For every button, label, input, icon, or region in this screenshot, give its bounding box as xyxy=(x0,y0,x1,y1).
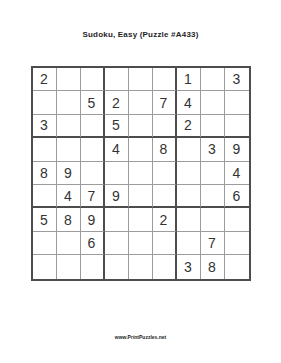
cell-r6c1[interactable] xyxy=(33,185,57,208)
cell-r6c9[interactable]: 6 xyxy=(225,185,249,208)
cell-r5c3[interactable] xyxy=(81,162,105,185)
cell-r1c4[interactable] xyxy=(105,68,129,91)
cell-r8c4[interactable] xyxy=(105,232,129,255)
cell-r2c1[interactable] xyxy=(33,91,57,114)
cell-r2c9[interactable] xyxy=(225,91,249,114)
cell-r8c8[interactable]: 7 xyxy=(201,232,225,255)
cell-r3c9[interactable] xyxy=(225,115,249,138)
cell-r4c8[interactable]: 3 xyxy=(201,138,225,161)
cell-r2c3[interactable]: 5 xyxy=(81,91,105,114)
cell-r4c5[interactable] xyxy=(129,138,153,161)
cell-r4c1[interactable] xyxy=(33,138,57,161)
cell-r1c7[interactable]: 1 xyxy=(177,68,201,91)
cell-r2c5[interactable] xyxy=(129,91,153,114)
cell-r6c7[interactable] xyxy=(177,185,201,208)
cell-r3c5[interactable] xyxy=(129,115,153,138)
cell-r6c5[interactable] xyxy=(129,185,153,208)
cell-r3c7[interactable]: 2 xyxy=(177,115,201,138)
cell-r6c6[interactable] xyxy=(153,185,177,208)
cell-r8c2[interactable] xyxy=(57,232,81,255)
cell-r3c4[interactable]: 5 xyxy=(105,115,129,138)
cell-r9c4[interactable] xyxy=(105,255,129,278)
cell-r4c6[interactable]: 8 xyxy=(153,138,177,161)
credit-url: www.PrintPuzzles.net xyxy=(0,334,281,340)
cell-r5c1[interactable]: 8 xyxy=(33,162,57,185)
cell-r2c7[interactable]: 4 xyxy=(177,91,201,114)
cell-r5c7[interactable] xyxy=(177,162,201,185)
cell-r7c4[interactable] xyxy=(105,208,129,231)
cell-r4c9[interactable]: 9 xyxy=(225,138,249,161)
puzzle-title: Sudoku, Easy (Puzzle #A433) xyxy=(0,30,281,39)
cell-r3c6[interactable] xyxy=(153,115,177,138)
cell-r8c3[interactable]: 6 xyxy=(81,232,105,255)
cell-r5c8[interactable] xyxy=(201,162,225,185)
cell-r7c9[interactable] xyxy=(225,208,249,231)
cell-r8c5[interactable] xyxy=(129,232,153,255)
cell-r1c2[interactable] xyxy=(57,68,81,91)
cell-r6c4[interactable]: 9 xyxy=(105,185,129,208)
cell-r3c2[interactable] xyxy=(57,115,81,138)
sudoku-board: 21352743524839894479658926738 xyxy=(31,66,251,281)
cell-r5c4[interactable] xyxy=(105,162,129,185)
cell-r7c7[interactable] xyxy=(177,208,201,231)
cell-r1c6[interactable] xyxy=(153,68,177,91)
cell-r4c4[interactable]: 4 xyxy=(105,138,129,161)
cell-r7c2[interactable]: 8 xyxy=(57,208,81,231)
cell-r4c7[interactable] xyxy=(177,138,201,161)
cell-r1c1[interactable]: 2 xyxy=(33,68,57,91)
cell-r7c6[interactable]: 2 xyxy=(153,208,177,231)
cell-r2c4[interactable]: 2 xyxy=(105,91,129,114)
cell-r2c8[interactable] xyxy=(201,91,225,114)
cell-r3c3[interactable] xyxy=(81,115,105,138)
cell-r7c5[interactable] xyxy=(129,208,153,231)
cell-r9c7[interactable]: 3 xyxy=(177,255,201,278)
cell-r7c8[interactable] xyxy=(201,208,225,231)
cell-r9c5[interactable] xyxy=(129,255,153,278)
cell-r5c5[interactable] xyxy=(129,162,153,185)
cell-r1c3[interactable] xyxy=(81,68,105,91)
cell-r5c6[interactable] xyxy=(153,162,177,185)
cell-r5c2[interactable]: 9 xyxy=(57,162,81,185)
cell-r9c6[interactable] xyxy=(153,255,177,278)
cell-r8c7[interactable] xyxy=(177,232,201,255)
cell-r3c1[interactable]: 3 xyxy=(33,115,57,138)
cell-r8c9[interactable] xyxy=(225,232,249,255)
cell-r4c3[interactable] xyxy=(81,138,105,161)
cell-r4c2[interactable] xyxy=(57,138,81,161)
cell-r6c8[interactable] xyxy=(201,185,225,208)
cell-r8c1[interactable] xyxy=(33,232,57,255)
cell-r9c8[interactable]: 8 xyxy=(201,255,225,278)
cell-r8c6[interactable] xyxy=(153,232,177,255)
page: Sudoku, Easy (Puzzle #A433) 213527435248… xyxy=(0,0,281,363)
cell-r1c5[interactable] xyxy=(129,68,153,91)
cell-r9c9[interactable] xyxy=(225,255,249,278)
cell-r5c9[interactable]: 4 xyxy=(225,162,249,185)
cell-r9c1[interactable] xyxy=(33,255,57,278)
cell-r9c3[interactable] xyxy=(81,255,105,278)
cell-r3c8[interactable] xyxy=(201,115,225,138)
cell-r6c2[interactable]: 4 xyxy=(57,185,81,208)
cell-r6c3[interactable]: 7 xyxy=(81,185,105,208)
cell-r1c8[interactable] xyxy=(201,68,225,91)
cell-r9c2[interactable] xyxy=(57,255,81,278)
cell-r7c3[interactable]: 9 xyxy=(81,208,105,231)
cell-r2c6[interactable]: 7 xyxy=(153,91,177,114)
cell-r1c9[interactable]: 3 xyxy=(225,68,249,91)
cell-r7c1[interactable]: 5 xyxy=(33,208,57,231)
cell-r2c2[interactable] xyxy=(57,91,81,114)
